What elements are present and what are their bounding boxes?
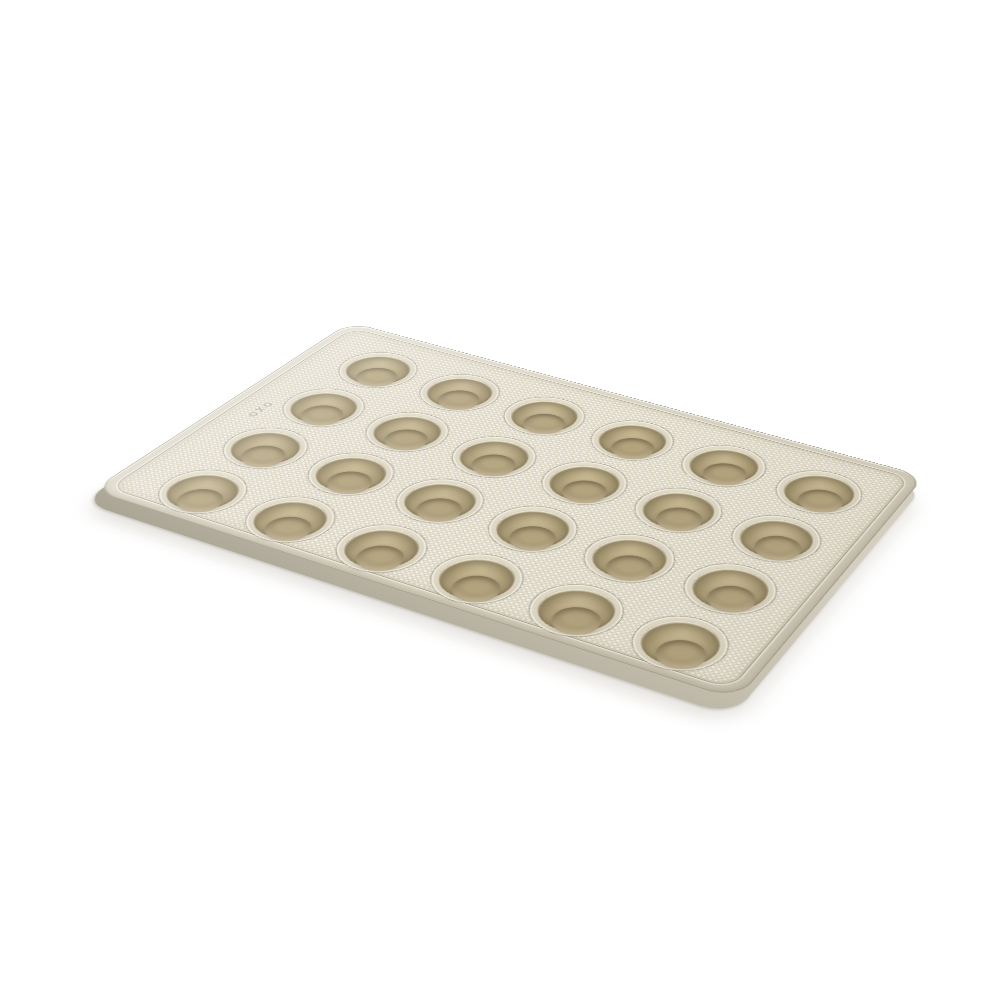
cup-floor <box>168 485 232 516</box>
cup-floor <box>256 513 320 545</box>
cup-floor <box>443 571 509 606</box>
product-photo: OXO <box>0 0 1000 1000</box>
cup-floor <box>543 603 609 640</box>
muffin-pan: OXO <box>92 322 925 700</box>
cup-floor <box>647 635 714 674</box>
cup-floor <box>347 541 412 575</box>
